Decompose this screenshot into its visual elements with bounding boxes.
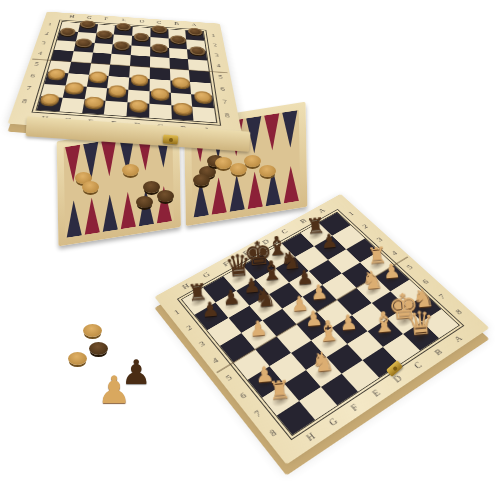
- checkers-square[interactable]: [189, 70, 210, 83]
- backgammon-point: [263, 113, 282, 152]
- checkers-square[interactable]: [131, 45, 150, 56]
- coordinate-label: 7: [437, 293, 446, 301]
- coordinate-label: F: [104, 17, 108, 21]
- dark-loose-disc[interactable]: [89, 342, 108, 355]
- product-photo-scene: HHGGFFEEDDCCBBAA1122334455667788 ♜♛♚♝♜♟♟…: [0, 0, 500, 485]
- backgammon-point: [101, 193, 120, 232]
- light-loose-disc[interactable]: [83, 324, 102, 337]
- backgammon-point: [119, 190, 138, 229]
- coordinate-label: 5: [405, 264, 414, 271]
- checkers-square[interactable]: [169, 48, 189, 59]
- checkers-square[interactable]: [149, 104, 171, 119]
- checkers-square[interactable]: [71, 51, 93, 63]
- backgammon-point: [155, 185, 174, 224]
- coordinate-label: D: [392, 374, 404, 384]
- coordinate-label: 7: [253, 409, 262, 418]
- dark-checker-disc[interactable]: [133, 33, 149, 42]
- point-row-bottom: [65, 185, 174, 238]
- coordinate-label: C: [157, 21, 162, 25]
- coordinate-label: A: [453, 334, 464, 343]
- light-checker-disc[interactable]: [130, 74, 148, 85]
- coordinate-label: 2: [185, 324, 193, 332]
- coordinate-label: F: [350, 403, 360, 413]
- dark-checker-disc[interactable]: [75, 38, 93, 47]
- light-loose-pawn[interactable]: ♟: [97, 371, 131, 409]
- checkers-square[interactable]: [59, 98, 84, 113]
- dark-checker-disc[interactable]: [152, 43, 168, 53]
- light-checker-disc[interactable]: [194, 91, 213, 103]
- coordinate-label: 7: [222, 100, 227, 106]
- checkers-grid[interactable]: [35, 21, 217, 123]
- coordinate-label: 5: [224, 373, 233, 382]
- backgammon-point: [64, 144, 83, 183]
- coordinate-label: 2: [361, 223, 369, 230]
- coordinate-label: 6: [30, 74, 36, 79]
- checkers-square[interactable]: [150, 67, 170, 80]
- coordinate-label: 3: [215, 53, 220, 57]
- backgammon-point: [264, 167, 283, 206]
- light-checker-disc[interactable]: [129, 99, 148, 112]
- dark-checker-disc[interactable]: [113, 41, 130, 51]
- coordinate-label: 8: [225, 113, 230, 119]
- coordinate-label: 1: [211, 34, 215, 38]
- coordinate-label: C: [413, 361, 424, 371]
- checkers-square[interactable]: [171, 105, 194, 120]
- dark-checker-disc[interactable]: [59, 28, 77, 37]
- checkers-square[interactable]: [110, 54, 130, 66]
- chess-board-wood: ♜♛♚♝♜♟♟♟♝♞♟♞♟♟♟♟♜♟♞♟♟♝♟♜♞♝♚♞♛ HHGGFFEEDD…: [154, 194, 489, 465]
- coordinate-label: 4: [390, 250, 399, 257]
- coordinate-label: 8: [21, 99, 27, 105]
- coordinate-label: 3: [198, 340, 207, 348]
- coordinate-label: 6: [220, 87, 225, 92]
- coordinate-label: G: [328, 417, 340, 428]
- coordinate-label: 1: [347, 210, 355, 216]
- coordinate-label: 7: [26, 86, 32, 91]
- light-checker-disc[interactable]: [39, 93, 61, 106]
- light-pawn[interactable]: ♟: [339, 311, 359, 333]
- coordinate-label: 4: [216, 64, 221, 69]
- backgammon-point: [228, 173, 247, 212]
- light-checker-disc[interactable]: [64, 82, 84, 94]
- coordinate-label: 1: [173, 308, 181, 316]
- coordinate-label: 8: [454, 308, 464, 316]
- coordinate-label: 5: [34, 62, 40, 67]
- coordinate-label: 4: [37, 51, 42, 56]
- light-bishop[interactable]: ♝: [315, 316, 342, 346]
- point-row-bottom: [192, 164, 301, 217]
- checkers-square[interactable]: [82, 99, 106, 114]
- coordinate-label: 4: [211, 356, 220, 364]
- backgammon-point: [281, 110, 300, 149]
- coordinate-label: E: [371, 389, 382, 399]
- coordinate-label: 3: [41, 41, 46, 45]
- chess-grid[interactable]: ♜♛♚♝♜♟♟♟♝♞♟♞♟♟♟♟♜♟♞♟♟♝♟♜♞♝♚♞♛: [181, 212, 460, 436]
- chess-board[interactable]: ♜♛♚♝♜♟♟♟♝♞♟♞♟♟♟♟♜♟♞♟♟♝♟♜♞♝♚♞♛ HHGGFFEEDD…: [154, 194, 489, 465]
- checkers-square[interactable]: [170, 80, 191, 94]
- coordinate-label: D: [139, 20, 144, 24]
- checkers-square[interactable]: [192, 107, 216, 123]
- backgammon-point: [83, 196, 102, 235]
- brass-clasp-icon[interactable]: [163, 134, 179, 144]
- backgammon-point: [192, 179, 211, 218]
- coordinate-label: B: [433, 348, 444, 357]
- dark-checker-disc[interactable]: [170, 35, 186, 44]
- coordinate-label: 2: [213, 43, 217, 47]
- dark-checker-disc[interactable]: [80, 20, 97, 28]
- dark-checker-disc[interactable]: [116, 22, 132, 31]
- coordinate-label: B: [174, 22, 179, 26]
- light-checker-disc[interactable]: [151, 88, 169, 100]
- coordinate-label: 1: [47, 23, 52, 27]
- dark-checker-disc[interactable]: [187, 27, 203, 36]
- backgammon-point: [65, 199, 84, 238]
- coordinate-label: A: [192, 23, 197, 27]
- coordinate-label: 2: [44, 32, 49, 36]
- backgammon-point: [82, 141, 101, 180]
- backgammon-point: [100, 139, 119, 178]
- dark-checker-disc[interactable]: [96, 30, 113, 39]
- light-checker-disc[interactable]: [46, 68, 66, 79]
- coordinate-label: E: [122, 19, 127, 23]
- dark-checker-disc[interactable]: [152, 25, 167, 34]
- backgammon-point: [137, 187, 156, 226]
- backgammon-point: [210, 176, 229, 215]
- coordinate-label: 5: [218, 75, 223, 80]
- light-loose-disc[interactable]: [68, 352, 87, 365]
- checkers-square[interactable]: [104, 101, 127, 116]
- light-checker-disc[interactable]: [172, 77, 190, 88]
- coordinate-label: H: [305, 432, 317, 443]
- checkers-square[interactable]: [126, 102, 149, 117]
- light-checker-disc[interactable]: [88, 71, 107, 82]
- light-checker-disc[interactable]: [84, 96, 104, 109]
- light-checker-disc[interactable]: [108, 85, 127, 97]
- coordinate-label: 6: [239, 391, 248, 400]
- backgammon-point: [282, 164, 301, 203]
- coordinate-label: 8: [268, 428, 278, 438]
- coordinate-label: G: [86, 16, 92, 20]
- backgammon-left-quadrant: [64, 130, 174, 238]
- coordinate-label: H: [69, 15, 75, 19]
- checkers-square[interactable]: [130, 55, 150, 67]
- backgammon-point: [246, 170, 265, 209]
- dark-loose-pawn[interactable]: ♟: [121, 355, 151, 389]
- checkers-square[interactable]: [54, 40, 75, 51]
- light-queen[interactable]: ♛: [404, 306, 435, 340]
- checkers-square[interactable]: [106, 88, 129, 102]
